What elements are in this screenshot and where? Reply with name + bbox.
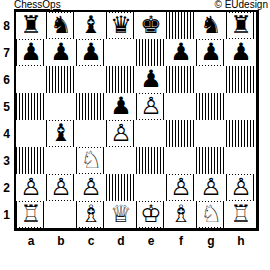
square-h3[interactable]	[226, 147, 256, 174]
white-pawn-piece: ♙	[79, 175, 103, 200]
square-c5[interactable]	[76, 93, 106, 120]
square-c7[interactable]: ♟	[76, 39, 106, 66]
file-label-h: h	[226, 234, 256, 248]
black-bishop-piece: ♝	[49, 121, 73, 146]
square-h4[interactable]	[226, 120, 256, 147]
square-e8[interactable]: ♚	[136, 12, 166, 39]
square-a7[interactable]: ♟	[16, 39, 46, 66]
file-label-c: c	[76, 234, 106, 248]
rank-label-4: 4	[0, 120, 13, 147]
square-d2[interactable]	[106, 174, 136, 201]
square-c3[interactable]: ♘	[76, 147, 106, 174]
square-c2[interactable]: ♙	[76, 174, 106, 201]
square-b8[interactable]: ♞	[46, 12, 76, 39]
square-c4[interactable]	[76, 120, 106, 147]
black-knight-piece: ♞	[49, 13, 73, 38]
file-labels: abcdefgh	[16, 234, 256, 248]
square-b4[interactable]: ♝	[46, 120, 76, 147]
square-h7[interactable]: ♟	[226, 39, 256, 66]
square-c8[interactable]: ♝	[76, 12, 106, 39]
square-b7[interactable]: ♟	[46, 39, 76, 66]
square-b5[interactable]	[46, 93, 76, 120]
square-g7[interactable]: ♟	[196, 39, 226, 66]
square-g1[interactable]: ♘	[196, 201, 226, 228]
square-d1[interactable]: ♕	[106, 201, 136, 228]
square-f8[interactable]	[166, 12, 196, 39]
chess-board: ♜♞♝♛♚♞♜♟♟♟♟♟♟♟♟♙♝♙♘♙♙♙♙♙♙♖♗♕♔♗♘♖	[14, 10, 259, 231]
square-b1[interactable]	[46, 201, 76, 228]
square-g8[interactable]: ♞	[196, 12, 226, 39]
rank-label-6: 6	[0, 66, 13, 93]
black-rook-piece: ♜	[229, 13, 253, 38]
square-b6[interactable]	[46, 66, 76, 93]
file-label-d: d	[106, 234, 136, 248]
chess-diagram: ChessOps © EUdesign 87654321 ♜♞♝♛♚♞♜♟♟♟♟…	[0, 0, 270, 270]
rank-label-7: 7	[0, 39, 13, 66]
rank-labels: 87654321	[0, 12, 13, 228]
rank-label-2: 2	[0, 174, 13, 201]
file-label-f: f	[166, 234, 196, 248]
white-pawn-piece: ♙	[19, 175, 43, 200]
black-pawn-piece: ♟	[229, 40, 253, 65]
white-rook-piece: ♖	[229, 202, 253, 227]
square-g5[interactable]	[196, 93, 226, 120]
file-label-g: g	[196, 234, 226, 248]
rank-label-8: 8	[0, 12, 13, 39]
black-knight-piece: ♞	[199, 13, 223, 38]
square-b3[interactable]	[46, 147, 76, 174]
white-bishop-piece: ♗	[79, 202, 103, 227]
white-pawn-piece: ♙	[229, 175, 253, 200]
square-f6[interactable]	[166, 66, 196, 93]
file-label-e: e	[136, 234, 166, 248]
square-a6[interactable]	[16, 66, 46, 93]
white-knight-piece: ♘	[199, 202, 223, 227]
app-title-link[interactable]: ChessOps	[14, 0, 61, 10]
square-g4[interactable]	[196, 120, 226, 147]
square-d3[interactable]	[106, 147, 136, 174]
white-queen-piece: ♕	[109, 202, 133, 227]
square-h6[interactable]	[226, 66, 256, 93]
square-c6[interactable]	[76, 66, 106, 93]
white-pawn-piece: ♙	[199, 175, 223, 200]
square-a5[interactable]	[16, 93, 46, 120]
square-e5[interactable]: ♙	[136, 93, 166, 120]
square-e6[interactable]: ♟	[136, 66, 166, 93]
square-e1[interactable]: ♔	[136, 201, 166, 228]
square-f1[interactable]: ♗	[166, 201, 196, 228]
black-queen-piece: ♛	[109, 13, 133, 38]
square-g3[interactable]	[196, 147, 226, 174]
file-label-a: a	[16, 234, 46, 248]
black-pawn-piece: ♟	[79, 40, 103, 65]
square-h8[interactable]: ♜	[226, 12, 256, 39]
square-g2[interactable]: ♙	[196, 174, 226, 201]
square-f5[interactable]	[166, 93, 196, 120]
white-knight-piece: ♘	[79, 148, 103, 173]
square-d4[interactable]: ♙	[106, 120, 136, 147]
white-bishop-piece: ♗	[169, 202, 193, 227]
board-grid: ♜♞♝♛♚♞♜♟♟♟♟♟♟♟♟♙♝♙♘♙♙♙♙♙♙♖♗♕♔♗♘♖	[16, 12, 256, 228]
square-a3[interactable]	[16, 147, 46, 174]
black-pawn-piece: ♟	[169, 40, 193, 65]
square-d7[interactable]	[106, 39, 136, 66]
square-h2[interactable]: ♙	[226, 174, 256, 201]
square-d6[interactable]	[106, 66, 136, 93]
black-pawn-piece: ♟	[19, 40, 43, 65]
square-f4[interactable]	[166, 120, 196, 147]
square-g6[interactable]	[196, 66, 226, 93]
square-a4[interactable]	[16, 120, 46, 147]
square-a2[interactable]: ♙	[16, 174, 46, 201]
black-bishop-piece: ♝	[79, 13, 103, 38]
square-d8[interactable]: ♛	[106, 12, 136, 39]
square-e2[interactable]	[136, 174, 166, 201]
rank-label-3: 3	[0, 147, 13, 174]
black-king-piece: ♚	[139, 13, 163, 38]
square-a1[interactable]: ♖	[16, 201, 46, 228]
square-e4[interactable]	[136, 120, 166, 147]
square-f7[interactable]: ♟	[166, 39, 196, 66]
black-pawn-piece: ♟	[109, 94, 133, 119]
white-pawn-piece: ♙	[49, 175, 73, 200]
white-pawn-piece: ♙	[169, 175, 193, 200]
square-b2[interactable]: ♙	[46, 174, 76, 201]
square-h1[interactable]: ♖	[226, 201, 256, 228]
white-rook-piece: ♖	[19, 202, 43, 227]
black-pawn-piece: ♟	[139, 67, 163, 92]
file-label-b: b	[46, 234, 76, 248]
rank-label-5: 5	[0, 93, 13, 120]
square-e3[interactable]	[136, 147, 166, 174]
copyright-text: © EUdesign	[214, 0, 268, 10]
square-d5[interactable]: ♟	[106, 93, 136, 120]
rank-label-1: 1	[0, 201, 13, 228]
square-c1[interactable]: ♗	[76, 201, 106, 228]
square-h5[interactable]	[226, 93, 256, 120]
square-f3[interactable]	[166, 147, 196, 174]
square-f2[interactable]: ♙	[166, 174, 196, 201]
white-king-piece: ♔	[139, 202, 163, 227]
black-pawn-piece: ♟	[199, 40, 223, 65]
black-rook-piece: ♜	[19, 13, 43, 38]
square-e7[interactable]	[136, 39, 166, 66]
white-pawn-piece: ♙	[109, 121, 133, 146]
black-pawn-piece: ♟	[49, 40, 73, 65]
square-a8[interactable]: ♜	[16, 12, 46, 39]
white-pawn-piece: ♙	[139, 94, 163, 119]
